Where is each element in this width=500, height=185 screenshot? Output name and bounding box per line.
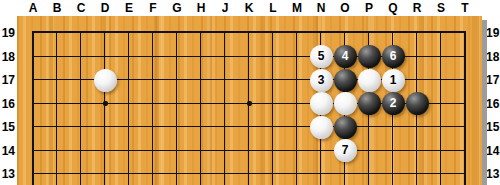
- row-label-right-17: 17: [486, 72, 500, 88]
- grid-line-horizontal: [237, 79, 261, 80]
- intersection-C18[interactable]: [69, 45, 93, 69]
- intersection-L13[interactable]: [261, 162, 285, 185]
- row-label-right-16: 16: [486, 96, 500, 112]
- intersection-A16[interactable]: [21, 92, 45, 116]
- grid-line-horizontal: [93, 126, 117, 127]
- intersection-C15[interactable]: [69, 115, 93, 139]
- intersection-M16[interactable]: [285, 92, 309, 116]
- grid-line-vertical: [440, 115, 441, 139]
- grid-line-vertical: [32, 45, 34, 69]
- grid-line-horizontal: [117, 31, 141, 33]
- intersection-R19[interactable]: [405, 21, 429, 45]
- grid-line-vertical: [392, 139, 393, 163]
- intersection-S17[interactable]: [429, 68, 453, 92]
- grid-line-vertical: [176, 68, 177, 92]
- intersection-T15[interactable]: [453, 115, 477, 139]
- grid-line-horizontal: [429, 56, 453, 57]
- intersection-J15[interactable]: [213, 115, 237, 139]
- intersection-M17[interactable]: [285, 68, 309, 92]
- intersection-M14[interactable]: [285, 139, 309, 163]
- intersection-F14[interactable]: [141, 139, 165, 163]
- grid-line-horizontal: [333, 31, 357, 33]
- intersection-R13[interactable]: [405, 162, 429, 185]
- grid-line-horizontal: [381, 31, 405, 33]
- grid-line-horizontal: [405, 150, 429, 151]
- stone-white-Q17[interactable]: 1: [382, 69, 405, 92]
- intersection-C14[interactable]: [69, 139, 93, 163]
- stone-white-O14[interactable]: 7: [334, 139, 357, 162]
- intersection-H16[interactable]: [189, 92, 213, 116]
- grid-line-horizontal: [285, 150, 309, 151]
- grid-line-horizontal: [69, 79, 93, 80]
- intersection-E16[interactable]: [117, 92, 141, 116]
- intersection-C16[interactable]: [69, 92, 93, 116]
- grid-line-vertical: [200, 162, 201, 185]
- intersection-B14[interactable]: [45, 139, 69, 163]
- star-point-K16: [247, 101, 252, 106]
- row-label-right-19: 19: [486, 25, 500, 41]
- column-label-K: K: [237, 0, 261, 16]
- move-number: 1: [382, 69, 405, 92]
- grid-line-horizontal: [141, 31, 165, 33]
- grid-line-vertical: [440, 92, 441, 116]
- move-number: 3: [310, 69, 333, 92]
- intersection-B17[interactable]: [45, 68, 69, 92]
- intersection-D18[interactable]: [93, 45, 117, 69]
- grid-line-horizontal: [405, 173, 429, 174]
- intersection-H15[interactable]: [189, 115, 213, 139]
- grid-line-horizontal: [261, 79, 285, 80]
- intersection-D14[interactable]: [93, 139, 117, 163]
- intersection-K19[interactable]: [237, 21, 261, 45]
- stone-black-P18[interactable]: [358, 45, 381, 68]
- intersection-F18[interactable]: [141, 45, 165, 69]
- intersection-L17[interactable]: [261, 68, 285, 92]
- row-label-right-15: 15: [486, 119, 500, 135]
- intersection-T13[interactable]: [453, 162, 477, 185]
- intersection-M15[interactable]: [285, 115, 309, 139]
- intersection-N13[interactable]: [309, 162, 333, 185]
- grid-line-vertical: [56, 31, 57, 45]
- intersection-T18[interactable]: [453, 45, 477, 69]
- intersection-B18[interactable]: [45, 45, 69, 69]
- intersection-M13[interactable]: [285, 162, 309, 185]
- grid-line-vertical: [152, 139, 153, 163]
- stone-black-P16[interactable]: [358, 92, 381, 115]
- grid-line-vertical: [32, 139, 34, 163]
- stone-white-O16[interactable]: [334, 92, 357, 115]
- intersection-L15[interactable]: [261, 115, 285, 139]
- grid-line-horizontal: [405, 31, 429, 33]
- grid-line-vertical: [272, 45, 273, 69]
- intersection-P19[interactable]: [357, 21, 381, 45]
- stone-white-N16[interactable]: [310, 92, 333, 115]
- grid-line-vertical: [344, 162, 345, 185]
- intersection-B13[interactable]: [45, 162, 69, 185]
- intersection-B19[interactable]: [45, 21, 69, 45]
- intersection-M18[interactable]: [285, 45, 309, 69]
- column-label-Q: Q: [381, 0, 405, 16]
- column-label-R: R: [405, 0, 429, 16]
- intersection-L14[interactable]: [261, 139, 285, 163]
- intersection-T14[interactable]: [453, 139, 477, 163]
- intersection-S18[interactable]: [429, 45, 453, 69]
- intersection-O14[interactable]: 7: [333, 139, 357, 163]
- intersection-Q17[interactable]: 1: [381, 68, 405, 92]
- intersection-Q18[interactable]: 6: [381, 45, 405, 69]
- intersection-H13[interactable]: [189, 162, 213, 185]
- grid-line-vertical: [32, 115, 34, 139]
- grid-line-vertical: [56, 162, 57, 185]
- grid-line-vertical: [200, 31, 201, 45]
- grid-line-vertical: [320, 162, 321, 185]
- intersection-O13[interactable]: [333, 162, 357, 185]
- grid-line-vertical: [128, 45, 129, 69]
- intersection-O16[interactable]: [333, 92, 357, 116]
- stone-black-O15[interactable]: [334, 116, 357, 139]
- grid-line-vertical: [392, 162, 393, 185]
- grid-line-horizontal: [69, 173, 93, 174]
- intersection-P15[interactable]: [357, 115, 381, 139]
- intersection-N18[interactable]: 5: [309, 45, 333, 69]
- intersection-F15[interactable]: [141, 115, 165, 139]
- intersection-N17[interactable]: 3: [309, 68, 333, 92]
- row-label-left-16: 16: [0, 96, 15, 112]
- intersection-F19[interactable]: [141, 21, 165, 45]
- grid-line-horizontal: [189, 79, 213, 80]
- intersection-M19[interactable]: [285, 21, 309, 45]
- intersection-G13[interactable]: [165, 162, 189, 185]
- intersection-J14[interactable]: [213, 139, 237, 163]
- intersection-J13[interactable]: [213, 162, 237, 185]
- row-label-left-19: 19: [0, 25, 15, 41]
- move-number: 5: [310, 45, 333, 68]
- grid-line-horizontal: [117, 103, 141, 104]
- intersection-A18[interactable]: [21, 45, 45, 69]
- grid-line-vertical: [248, 115, 249, 139]
- intersection-O19[interactable]: [333, 21, 357, 45]
- intersection-O18[interactable]: 4: [333, 45, 357, 69]
- grid-line-vertical: [56, 45, 57, 69]
- grid-line-horizontal: [45, 126, 69, 127]
- stone-white-N17[interactable]: 3: [310, 69, 333, 92]
- grid-line-horizontal: [213, 150, 237, 151]
- intersection-J19[interactable]: [213, 21, 237, 45]
- grid-line-horizontal: [405, 126, 429, 127]
- grid-line-vertical: [80, 115, 81, 139]
- column-label-M: M: [285, 0, 309, 16]
- grid-line-vertical: [128, 139, 129, 163]
- grid-line-vertical: [320, 139, 321, 163]
- intersection-D15[interactable]: [93, 115, 117, 139]
- intersection-J18[interactable]: [213, 45, 237, 69]
- intersection-R14[interactable]: [405, 139, 429, 163]
- stone-black-O17[interactable]: [334, 69, 357, 92]
- grid-line-vertical: [464, 31, 466, 45]
- grid-line-horizontal: [45, 103, 69, 104]
- intersection-S16[interactable]: [429, 92, 453, 116]
- intersection-E18[interactable]: [117, 45, 141, 69]
- grid-line-horizontal: [45, 56, 69, 57]
- grid-line-horizontal: [45, 150, 69, 151]
- move-number: 7: [334, 139, 357, 162]
- move-number: 6: [382, 45, 405, 68]
- grid-line-vertical: [200, 139, 201, 163]
- intersection-C13[interactable]: [69, 162, 93, 185]
- column-label-B: B: [45, 0, 69, 16]
- column-label-L: L: [261, 0, 285, 16]
- intersection-G15[interactable]: [165, 115, 189, 139]
- grid-line-vertical: [272, 31, 273, 45]
- stone-black-O18[interactable]: 4: [334, 45, 357, 68]
- grid-line-vertical: [224, 45, 225, 69]
- grid-line-horizontal: [261, 103, 285, 104]
- row-label-left-17: 17: [0, 72, 15, 88]
- intersection-K14[interactable]: [237, 139, 261, 163]
- grid-line-horizontal: [285, 173, 309, 174]
- intersection-A19[interactable]: [21, 21, 45, 45]
- intersection-T19[interactable]: [453, 21, 477, 45]
- intersection-B15[interactable]: [45, 115, 69, 139]
- grid-line-horizontal: [165, 31, 189, 33]
- intersection-Q19[interactable]: [381, 21, 405, 45]
- intersection-G17[interactable]: [165, 68, 189, 92]
- grid-line-vertical: [128, 162, 129, 185]
- grid-line-horizontal: [45, 173, 69, 174]
- intersection-G18[interactable]: [165, 45, 189, 69]
- grid-line-horizontal: [237, 173, 261, 174]
- grid-line-horizontal: [381, 150, 405, 151]
- intersection-O17[interactable]: [333, 68, 357, 92]
- intersection-E14[interactable]: [117, 139, 141, 163]
- grid-line-vertical: [248, 139, 249, 163]
- grid-line-vertical: [200, 115, 201, 139]
- grid-line-horizontal: [357, 31, 381, 33]
- intersection-D13[interactable]: [93, 162, 117, 185]
- intersection-E19[interactable]: [117, 21, 141, 45]
- intersection-C19[interactable]: [69, 21, 93, 45]
- grid-line-vertical: [104, 139, 105, 163]
- grid-line-vertical: [368, 31, 369, 45]
- intersection-A17[interactable]: [21, 68, 45, 92]
- star-point-D16: [103, 101, 108, 106]
- grid-line-vertical: [104, 162, 105, 185]
- grid-line-horizontal: [69, 56, 93, 57]
- grid-line-vertical: [224, 139, 225, 163]
- intersection-K13[interactable]: [237, 162, 261, 185]
- intersection-S14[interactable]: [429, 139, 453, 163]
- grid-line-vertical: [200, 68, 201, 92]
- move-number: 2: [382, 92, 405, 115]
- stone-white-D17[interactable]: [94, 69, 117, 92]
- intersection-L16[interactable]: [261, 92, 285, 116]
- intersection-B16[interactable]: [45, 92, 69, 116]
- intersection-E17[interactable]: [117, 68, 141, 92]
- grid-line-vertical: [464, 162, 466, 185]
- grid-line-horizontal: [261, 126, 285, 127]
- grid-line-vertical: [104, 45, 105, 69]
- grid-line-horizontal: [213, 173, 237, 174]
- intersection-F13[interactable]: [141, 162, 165, 185]
- grid-line-horizontal: [309, 173, 333, 174]
- intersection-G19[interactable]: [165, 21, 189, 45]
- intersection-C17[interactable]: [69, 68, 93, 92]
- grid-line-vertical: [200, 92, 201, 116]
- stone-white-N18[interactable]: 5: [310, 45, 333, 68]
- grid-line-vertical: [128, 115, 129, 139]
- intersection-R17[interactable]: [405, 68, 429, 92]
- grid-line-vertical: [80, 162, 81, 185]
- grid-line-vertical: [440, 139, 441, 163]
- column-label-F: F: [141, 0, 165, 16]
- intersection-K16[interactable]: [237, 92, 261, 116]
- grid-line-vertical: [344, 31, 345, 45]
- intersection-D17[interactable]: [93, 68, 117, 92]
- intersection-A14[interactable]: [21, 139, 45, 163]
- grid-line-vertical: [464, 45, 466, 69]
- grid-line-horizontal: [93, 31, 117, 33]
- grid-line-horizontal: [261, 150, 285, 151]
- intersection-R15[interactable]: [405, 115, 429, 139]
- intersection-L19[interactable]: [261, 21, 285, 45]
- intersection-P18[interactable]: [357, 45, 381, 69]
- intersection-K18[interactable]: [237, 45, 261, 69]
- grid-line-vertical: [152, 162, 153, 185]
- intersection-E13[interactable]: [117, 162, 141, 185]
- stone-black-Q16[interactable]: 2: [382, 92, 405, 115]
- intersection-R16[interactable]: [405, 92, 429, 116]
- grid-line-vertical: [176, 139, 177, 163]
- grid-line-vertical: [32, 92, 34, 116]
- intersection-P14[interactable]: [357, 139, 381, 163]
- grid-line-vertical: [80, 139, 81, 163]
- intersection-Q16[interactable]: 2: [381, 92, 405, 116]
- grid-line-horizontal: [117, 150, 141, 151]
- grid-line-horizontal: [213, 126, 237, 127]
- intersection-A13[interactable]: [21, 162, 45, 185]
- grid-line-horizontal: [141, 103, 165, 104]
- grid-line-horizontal: [141, 79, 165, 80]
- grid-line-horizontal: [261, 31, 285, 33]
- intersection-Q13[interactable]: [381, 162, 405, 185]
- grid-line-horizontal: [141, 56, 165, 57]
- grid-line-vertical: [104, 115, 105, 139]
- grid-line-vertical: [416, 115, 417, 139]
- intersection-F17[interactable]: [141, 68, 165, 92]
- goban: 5463127: [17, 16, 482, 185]
- grid-line-horizontal: [69, 150, 93, 151]
- grid-line-vertical: [176, 92, 177, 116]
- grid-line-vertical: [224, 92, 225, 116]
- row-label-right-13: 13: [486, 166, 500, 182]
- intersection-P16[interactable]: [357, 92, 381, 116]
- grid-line-vertical: [56, 139, 57, 163]
- grid-line-horizontal: [357, 173, 381, 174]
- intersection-Q14[interactable]: [381, 139, 405, 163]
- grid-line-vertical: [416, 68, 417, 92]
- grid-line-vertical: [176, 45, 177, 69]
- intersection-H19[interactable]: [189, 21, 213, 45]
- grid-line-horizontal: [237, 126, 261, 127]
- intersection-J17[interactable]: [213, 68, 237, 92]
- intersection-F16[interactable]: [141, 92, 165, 116]
- intersection-N14[interactable]: [309, 139, 333, 163]
- grid-line-horizontal: [237, 31, 261, 33]
- grid-line-vertical: [272, 162, 273, 185]
- grid-line-vertical: [416, 162, 417, 185]
- intersection-G16[interactable]: [165, 92, 189, 116]
- intersection-G14[interactable]: [165, 139, 189, 163]
- intersection-S15[interactable]: [429, 115, 453, 139]
- grid-line-horizontal: [45, 79, 69, 80]
- column-label-N: N: [309, 0, 333, 16]
- grid-line-horizontal: [189, 103, 213, 104]
- grid-line-horizontal: [189, 150, 213, 151]
- intersection-D16[interactable]: [93, 92, 117, 116]
- stone-white-N15[interactable]: [310, 116, 333, 139]
- stone-black-Q18[interactable]: 6: [382, 45, 405, 68]
- intersection-N19[interactable]: [309, 21, 333, 45]
- row-label-right-18: 18: [486, 49, 500, 65]
- grid-line-horizontal: [93, 150, 117, 151]
- intersection-P17[interactable]: [357, 68, 381, 92]
- intersection-A15[interactable]: [21, 115, 45, 139]
- intersection-R18[interactable]: [405, 45, 429, 69]
- intersection-S19[interactable]: [429, 21, 453, 45]
- intersection-K15[interactable]: [237, 115, 261, 139]
- grid-line-vertical: [440, 162, 441, 185]
- grid-line-horizontal: [93, 173, 117, 174]
- grid-line-vertical: [416, 139, 417, 163]
- column-label-C: C: [69, 0, 93, 16]
- intersection-Q15[interactable]: [381, 115, 405, 139]
- grid-line-vertical: [440, 31, 441, 45]
- grid-line-horizontal: [165, 103, 189, 104]
- grid-line-horizontal: [189, 173, 213, 174]
- intersection-H14[interactable]: [189, 139, 213, 163]
- grid-line-vertical: [320, 31, 321, 45]
- grid-line-horizontal: [69, 126, 93, 127]
- intersection-T17[interactable]: [453, 68, 477, 92]
- intersection-K17[interactable]: [237, 68, 261, 92]
- grid-line-vertical: [248, 162, 249, 185]
- stone-white-P17[interactable]: [358, 69, 381, 92]
- grid-line-vertical: [80, 68, 81, 92]
- stone-black-R16[interactable]: [406, 92, 429, 115]
- grid-line-vertical: [464, 68, 466, 92]
- intersection-E15[interactable]: [117, 115, 141, 139]
- grid-line-vertical: [32, 31, 34, 45]
- grid-line-vertical: [464, 115, 466, 139]
- column-label-T: T: [453, 0, 477, 16]
- intersection-H18[interactable]: [189, 45, 213, 69]
- goban-grid: 5463127: [21, 21, 477, 185]
- intersection-S13[interactable]: [429, 162, 453, 185]
- intersection-H17[interactable]: [189, 68, 213, 92]
- intersection-D19[interactable]: [93, 21, 117, 45]
- intersection-P13[interactable]: [357, 162, 381, 185]
- intersection-T16[interactable]: [453, 92, 477, 116]
- intersection-O15[interactable]: [333, 115, 357, 139]
- intersection-J16[interactable]: [213, 92, 237, 116]
- grid-line-horizontal: [261, 56, 285, 57]
- grid-line-horizontal: [381, 126, 405, 127]
- intersection-N16[interactable]: [309, 92, 333, 116]
- intersection-N15[interactable]: [309, 115, 333, 139]
- intersection-L18[interactable]: [261, 45, 285, 69]
- grid-line-horizontal: [45, 31, 69, 33]
- grid-line-horizontal: [189, 31, 213, 33]
